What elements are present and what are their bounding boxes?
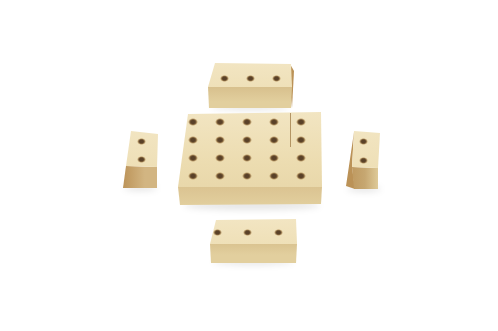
bottom-block-hole-grid: [202, 224, 294, 240]
peg-hole[interactable]: [246, 75, 255, 82]
bottom-block[interactable]: [202, 218, 298, 264]
top-block[interactable]: [206, 62, 294, 109]
peg-hole[interactable]: [215, 172, 225, 180]
peg-hole[interactable]: [296, 118, 306, 126]
peg-hole[interactable]: [215, 136, 225, 144]
peg-hole[interactable]: [296, 172, 306, 180]
peg-hole[interactable]: [296, 154, 306, 162]
peg-hole[interactable]: [269, 118, 279, 126]
peg-hole[interactable]: [188, 154, 198, 162]
peg-hole[interactable]: [137, 138, 146, 145]
peg-hole[interactable]: [242, 118, 252, 126]
peg-hole[interactable]: [269, 172, 279, 180]
peg-hole[interactable]: [188, 172, 198, 180]
peg-hole[interactable]: [215, 154, 225, 162]
peg-hole[interactable]: [359, 157, 368, 164]
peg-hole[interactable]: [269, 154, 279, 162]
left-block[interactable]: [122, 129, 160, 189]
peg-hole[interactable]: [272, 75, 281, 82]
peg-hole[interactable]: [269, 136, 279, 144]
peg-hole[interactable]: [296, 136, 306, 144]
peg-hole[interactable]: [137, 156, 146, 163]
peg-hole[interactable]: [242, 136, 252, 144]
peg-hole[interactable]: [359, 138, 368, 145]
peg-hole[interactable]: [242, 154, 252, 162]
product-photo-stage: [0, 0, 498, 331]
peg-hole[interactable]: [274, 229, 283, 236]
peg-hole[interactable]: [188, 136, 198, 144]
top-block-hole-grid: [211, 70, 289, 86]
peg-hole[interactable]: [188, 118, 198, 126]
peg-hole[interactable]: [242, 172, 252, 180]
peg-hole[interactable]: [220, 75, 229, 82]
center-board[interactable]: [178, 111, 323, 206]
left-block-hole-grid: [133, 132, 149, 168]
right-block-hole-grid: [355, 132, 371, 170]
right-block[interactable]: [344, 129, 382, 190]
peg-hole[interactable]: [213, 229, 222, 236]
peg-hole[interactable]: [243, 229, 252, 236]
center-board-hole-grid: [179, 113, 315, 185]
peg-hole[interactable]: [215, 118, 225, 126]
